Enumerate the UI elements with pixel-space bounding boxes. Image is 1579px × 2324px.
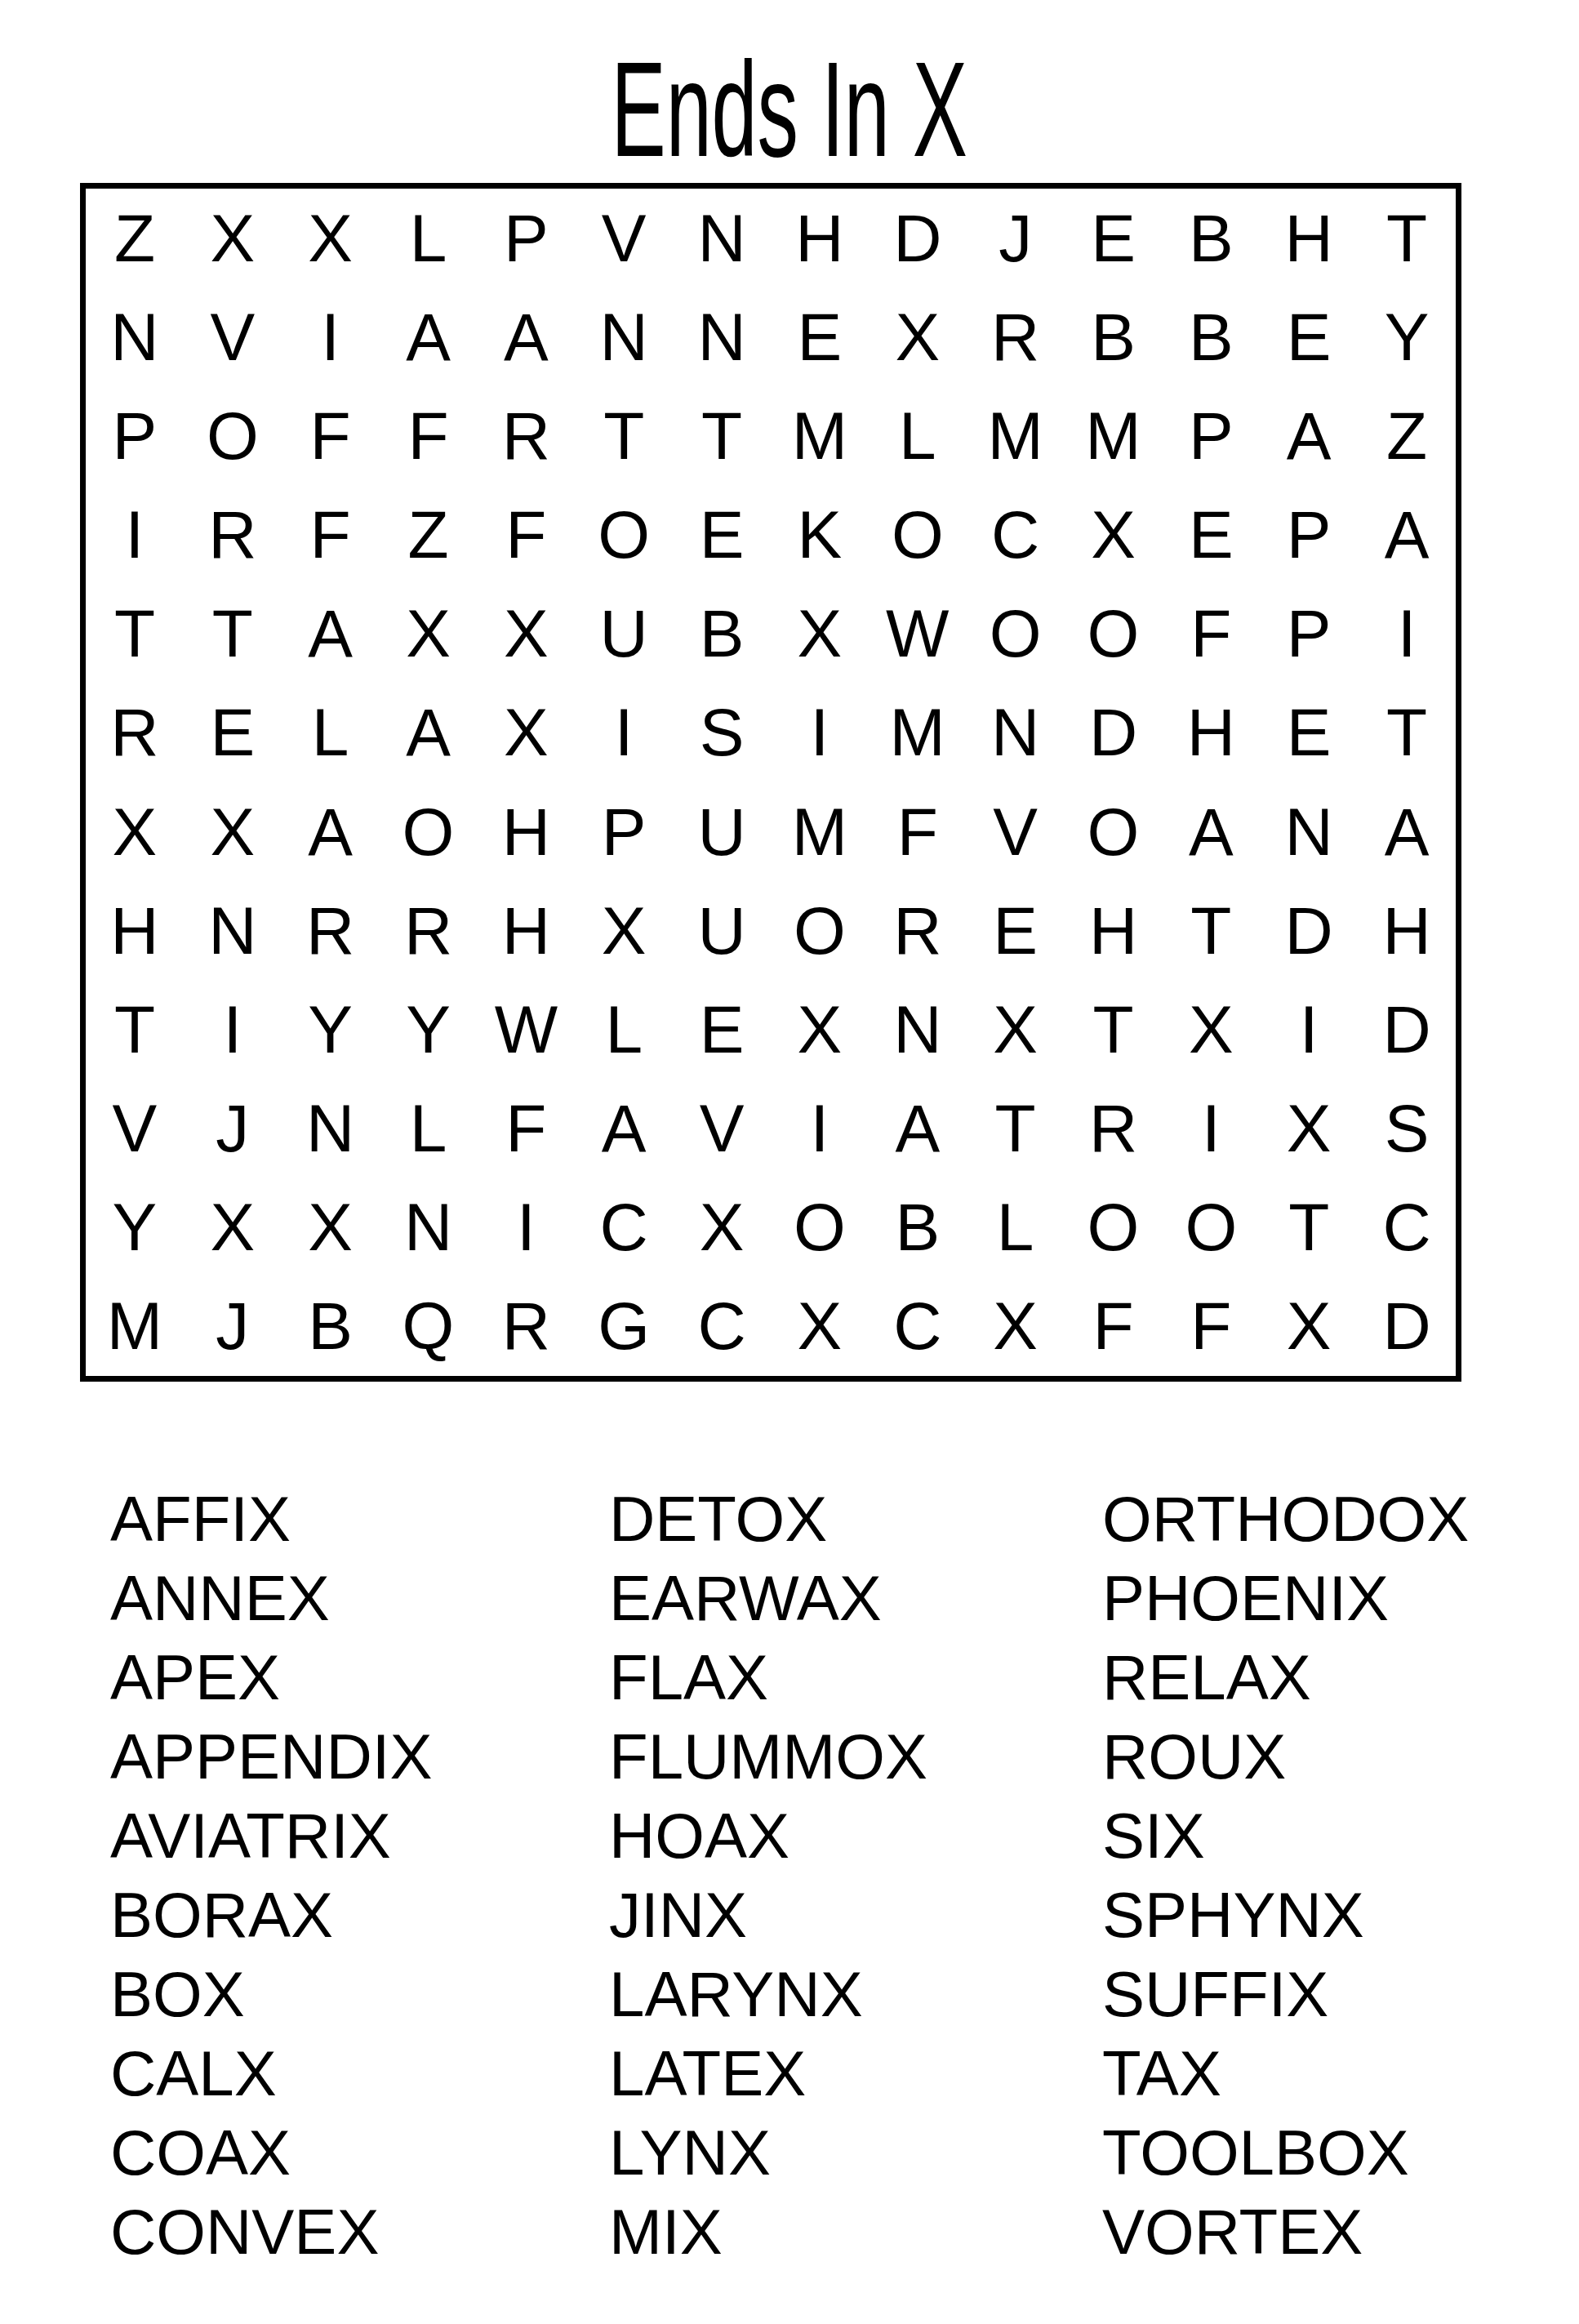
grid-cell-r3c13[interactable]: A	[1260, 386, 1358, 485]
grid-cell-r1c10[interactable]: J	[967, 189, 1065, 287]
grid-cell-r5c1[interactable]: T	[86, 585, 184, 683]
grid-cell-r5c6[interactable]: U	[575, 585, 673, 683]
grid-cell-r11c2[interactable]: X	[184, 1178, 282, 1277]
grid-cell-r6c10[interactable]: N	[967, 683, 1065, 782]
word-earwax[interactable]: EARWAX	[609, 1559, 927, 1638]
word-box[interactable]: BOX	[110, 1955, 432, 2034]
word-aviatrix[interactable]: AVIATRIX	[110, 1796, 432, 1876]
grid-cell-r5c13[interactable]: P	[1260, 585, 1358, 683]
grid-cell-r2c12[interactable]: B	[1162, 287, 1260, 386]
grid-cell-r2c1[interactable]: N	[86, 287, 184, 386]
grid-cell-r10c9[interactable]: A	[869, 1079, 967, 1178]
grid-cell-r9c8[interactable]: X	[771, 980, 869, 1079]
grid-cell-r8c13[interactable]: D	[1260, 881, 1358, 980]
grid-cell-r11c5[interactable]: I	[477, 1178, 575, 1277]
word-orthodox[interactable]: ORTHODOX	[1102, 1480, 1469, 1559]
grid-cell-r3c14[interactable]: Z	[1358, 386, 1456, 485]
grid-cell-r7c14[interactable]: A	[1358, 782, 1456, 881]
grid-cell-r1c1[interactable]: Z	[86, 189, 184, 287]
grid-cell-r1c12[interactable]: B	[1162, 189, 1260, 287]
grid-cell-r10c7[interactable]: V	[673, 1079, 771, 1178]
word-calx[interactable]: CALX	[110, 2034, 432, 2113]
grid-cell-r9c5[interactable]: W	[477, 980, 575, 1079]
worksheet-page: Ends In X ZXXLPVNHDJEBHTNVIAANNEXRBBEYPO…	[0, 0, 1579, 2324]
grid-cell-r4c10[interactable]: C	[967, 485, 1065, 584]
grid-cell-r7c8[interactable]: M	[771, 782, 869, 881]
grid-cell-r6c12[interactable]: H	[1162, 683, 1260, 782]
grid-cell-r9c6[interactable]: L	[575, 980, 673, 1079]
grid-cell-r11c6[interactable]: C	[575, 1178, 673, 1277]
grid-cell-r9c9[interactable]: N	[869, 980, 967, 1079]
grid-cell-r1c2[interactable]: X	[184, 189, 282, 287]
grid-cell-r10c4[interactable]: L	[380, 1079, 478, 1178]
word-relax[interactable]: RELAX	[1102, 1638, 1469, 1717]
grid-cell-r1c6[interactable]: V	[575, 189, 673, 287]
page-title: Ends In X	[0, 42, 1579, 177]
grid-cell-r6c1[interactable]: R	[86, 683, 184, 782]
grid-cell-r4c13[interactable]: P	[1260, 485, 1358, 584]
grid-cell-r7c3[interactable]: A	[282, 782, 380, 881]
word-phoenix[interactable]: PHOENIX	[1102, 1559, 1469, 1638]
grid-cell-r5c5[interactable]: X	[477, 585, 575, 683]
grid-cell-r12c5[interactable]: R	[477, 1277, 575, 1376]
grid-cell-r9c14[interactable]: D	[1358, 980, 1456, 1079]
grid-cell-r5c11[interactable]: O	[1065, 585, 1163, 683]
grid-cell-r11c11[interactable]: O	[1065, 1178, 1163, 1277]
word-vortex[interactable]: VORTEX	[1102, 2193, 1469, 2272]
grid-cell-r7c9[interactable]: F	[869, 782, 967, 881]
grid-cell-r9c11[interactable]: T	[1065, 980, 1163, 1079]
grid-cell-r3c6[interactable]: T	[575, 386, 673, 485]
grid-cell-r10c14[interactable]: S	[1358, 1079, 1456, 1178]
grid-cell-r8c1[interactable]: H	[86, 881, 184, 980]
grid-cell-r5c9[interactable]: W	[869, 585, 967, 683]
grid-cell-r7c1[interactable]: X	[86, 782, 184, 881]
grid-cell-r10c8[interactable]: I	[771, 1079, 869, 1178]
grid-cell-r11c1[interactable]: Y	[86, 1178, 184, 1277]
word-flax[interactable]: FLAX	[609, 1638, 927, 1717]
grid-cell-r12c6[interactable]: G	[575, 1277, 673, 1376]
grid-cell-r3c8[interactable]: M	[771, 386, 869, 485]
grid-cell-r4c14[interactable]: A	[1358, 485, 1456, 584]
grid-cell-r7c6[interactable]: P	[575, 782, 673, 881]
grid-cell-r5c3[interactable]: A	[282, 585, 380, 683]
grid-cell-r5c8[interactable]: X	[771, 585, 869, 683]
grid-cell-r10c2[interactable]: J	[184, 1079, 282, 1178]
grid-cell-r11c4[interactable]: N	[380, 1178, 478, 1277]
grid-cell-r10c13[interactable]: X	[1260, 1079, 1358, 1178]
grid-cell-r3c11[interactable]: M	[1065, 386, 1163, 485]
grid-cell-r6c8[interactable]: I	[771, 683, 869, 782]
grid-cell-r6c9[interactable]: M	[869, 683, 967, 782]
grid-cell-r10c12[interactable]: I	[1162, 1079, 1260, 1178]
grid-cell-r3c7[interactable]: T	[673, 386, 771, 485]
grid-cell-r1c7[interactable]: N	[673, 189, 771, 287]
grid-cell-r5c12[interactable]: F	[1162, 585, 1260, 683]
word-appendix[interactable]: APPENDIX	[110, 1717, 432, 1796]
grid-cell-r1c13[interactable]: H	[1260, 189, 1358, 287]
word-mix[interactable]: MIX	[609, 2193, 927, 2272]
grid-cell-r3c2[interactable]: O	[184, 386, 282, 485]
grid-cell-r12c3[interactable]: B	[282, 1277, 380, 1376]
word-list-column-3: ORTHODOXPHOENIXRELAXROUXSIXSPHYNXSUFFIXT…	[1102, 1480, 1469, 2272]
grid-cell-r3c4[interactable]: F	[380, 386, 478, 485]
puzzle-title-text: Ends In X	[612, 42, 967, 177]
word-annex[interactable]: ANNEX	[110, 1559, 432, 1638]
grid-cell-r9c4[interactable]: Y	[380, 980, 478, 1079]
word-toolbox[interactable]: TOOLBOX	[1102, 2113, 1469, 2193]
grid-cell-r8c5[interactable]: H	[477, 881, 575, 980]
grid-cell-r2c3[interactable]: I	[282, 287, 380, 386]
grid-cell-r12c12[interactable]: F	[1162, 1277, 1260, 1376]
grid-cell-r6c11[interactable]: D	[1065, 683, 1163, 782]
grid-cell-r2c4[interactable]: A	[380, 287, 478, 386]
grid-cell-r8c12[interactable]: T	[1162, 881, 1260, 980]
grid-cell-r3c3[interactable]: F	[282, 386, 380, 485]
grid-cell-r11c13[interactable]: T	[1260, 1178, 1358, 1277]
grid-cell-r8c11[interactable]: H	[1065, 881, 1163, 980]
word-larynx[interactable]: LARYNX	[609, 1955, 927, 2034]
grid-cell-r2c2[interactable]: V	[184, 287, 282, 386]
grid-cell-r8c6[interactable]: X	[575, 881, 673, 980]
word-affix[interactable]: AFFIX	[110, 1480, 432, 1559]
grid-cell-r12c14[interactable]: D	[1358, 1277, 1456, 1376]
grid-cell-r2c11[interactable]: B	[1065, 287, 1163, 386]
grid-cell-r4c12[interactable]: E	[1162, 485, 1260, 584]
grid-cell-r6c13[interactable]: E	[1260, 683, 1358, 782]
grid-cell-r12c4[interactable]: Q	[380, 1277, 478, 1376]
word-list-column-2: DETOXEARWAXFLAXFLUMMOXHOAXJINXLARYNXLATE…	[609, 1480, 927, 2272]
grid-cell-r11c8[interactable]: O	[771, 1178, 869, 1277]
grid-cell-r10c11[interactable]: R	[1065, 1079, 1163, 1178]
grid-cell-r4c5[interactable]: F	[477, 485, 575, 584]
grid-cell-r5c7[interactable]: B	[673, 585, 771, 683]
grid-cell-r12c2[interactable]: J	[184, 1277, 282, 1376]
grid-cell-r12c8[interactable]: X	[771, 1277, 869, 1376]
grid-cell-r6c14[interactable]: T	[1358, 683, 1456, 782]
word-latex[interactable]: LATEX	[609, 2034, 927, 2113]
word-coax[interactable]: COAX	[110, 2113, 432, 2193]
grid-cell-r8c4[interactable]: R	[380, 881, 478, 980]
grid-cell-r12c9[interactable]: C	[869, 1277, 967, 1376]
grid-cell-r7c10[interactable]: V	[967, 782, 1065, 881]
grid-cell-r4c7[interactable]: E	[673, 485, 771, 584]
word-roux[interactable]: ROUX	[1102, 1717, 1469, 1796]
grid-cell-r8c9[interactable]: R	[869, 881, 967, 980]
word-borax[interactable]: BORAX	[110, 1876, 432, 1955]
word-detox[interactable]: DETOX	[609, 1480, 927, 1559]
grid-cell-r8c7[interactable]: U	[673, 881, 771, 980]
grid-cell-r9c13[interactable]: I	[1260, 980, 1358, 1079]
word-flummox[interactable]: FLUMMOX	[609, 1717, 927, 1796]
word-sphynx[interactable]: SPHYNX	[1102, 1876, 1469, 1955]
grid-cell-r2c8[interactable]: E	[771, 287, 869, 386]
word-list: AFFIXANNEXAPEXAPPENDIXAVIATRIXBORAXBOXCA…	[0, 1480, 1579, 2280]
word-list-column-1: AFFIXANNEXAPEXAPPENDIXAVIATRIXBORAXBOXCA…	[110, 1480, 432, 2272]
grid-cell-r1c3[interactable]: X	[282, 189, 380, 287]
grid-cell-r10c6[interactable]: A	[575, 1079, 673, 1178]
grid-cell-r4c6[interactable]: O	[575, 485, 673, 584]
grid-cell-r5c14[interactable]: I	[1358, 585, 1456, 683]
grid-cell-r11c7[interactable]: X	[673, 1178, 771, 1277]
grid-cell-r11c12[interactable]: O	[1162, 1178, 1260, 1277]
grid-cell-r7c12[interactable]: A	[1162, 782, 1260, 881]
grid-cell-r6c3[interactable]: L	[282, 683, 380, 782]
grid-cell-r11c9[interactable]: B	[869, 1178, 967, 1277]
grid-cell-r11c3[interactable]: X	[282, 1178, 380, 1277]
grid-cell-r1c4[interactable]: L	[380, 189, 478, 287]
grid-cell-r1c5[interactable]: P	[477, 189, 575, 287]
grid-cell-r8c14[interactable]: H	[1358, 881, 1456, 980]
grid-cell-r8c10[interactable]: E	[967, 881, 1065, 980]
grid-cell-r10c5[interactable]: F	[477, 1079, 575, 1178]
grid-cell-r4c3[interactable]: F	[282, 485, 380, 584]
word-apex[interactable]: APEX	[110, 1638, 432, 1717]
grid-cell-r4c9[interactable]: O	[869, 485, 967, 584]
grid-cell-r9c7[interactable]: E	[673, 980, 771, 1079]
grid-cell-r5c10[interactable]: O	[967, 585, 1065, 683]
grid-cell-r3c5[interactable]: R	[477, 386, 575, 485]
grid-cell-r6c6[interactable]: I	[575, 683, 673, 782]
grid-cell-r3c10[interactable]: M	[967, 386, 1065, 485]
grid-cell-r1c14[interactable]: T	[1358, 189, 1456, 287]
grid-cell-r11c14[interactable]: C	[1358, 1178, 1456, 1277]
grid-cell-r1c9[interactable]: D	[869, 189, 967, 287]
grid-cell-r6c5[interactable]: X	[477, 683, 575, 782]
grid-cell-r10c1[interactable]: V	[86, 1079, 184, 1178]
word-search-grid: ZXXLPVNHDJEBHTNVIAANNEXRBBEYPOFFRTTMLMMP…	[80, 183, 1461, 1382]
grid-cell-r10c10[interactable]: T	[967, 1079, 1065, 1178]
grid-cell-r9c3[interactable]: Y	[282, 980, 380, 1079]
grid-cell-r4c1[interactable]: I	[86, 485, 184, 584]
grid-cell-r6c2[interactable]: E	[184, 683, 282, 782]
grid-cell-r5c2[interactable]: T	[184, 585, 282, 683]
grid-cell-r12c7[interactable]: C	[673, 1277, 771, 1376]
grid-cell-r3c9[interactable]: L	[869, 386, 967, 485]
grid-cell-r9c10[interactable]: X	[967, 980, 1065, 1079]
grid-cell-r10c3[interactable]: N	[282, 1079, 380, 1178]
grid-cell-r1c11[interactable]: E	[1065, 189, 1163, 287]
grid-cell-r2c14[interactable]: Y	[1358, 287, 1456, 386]
grid-cell-r7c7[interactable]: U	[673, 782, 771, 881]
grid-cell-r2c7[interactable]: N	[673, 287, 771, 386]
grid-cell-r4c11[interactable]: X	[1065, 485, 1163, 584]
grid-cell-r2c6[interactable]: N	[575, 287, 673, 386]
grid-cell-r7c4[interactable]: O	[380, 782, 478, 881]
grid-cell-r1c8[interactable]: H	[771, 189, 869, 287]
grid-cell-r12c13[interactable]: X	[1260, 1277, 1358, 1376]
word-convex[interactable]: CONVEX	[110, 2193, 432, 2272]
grid-cell-r2c13[interactable]: E	[1260, 287, 1358, 386]
grid-cell-r9c12[interactable]: X	[1162, 980, 1260, 1079]
grid-cell-r7c5[interactable]: H	[477, 782, 575, 881]
word-hoax[interactable]: HOAX	[609, 1796, 927, 1876]
grid-cell-r12c11[interactable]: F	[1065, 1277, 1163, 1376]
grid-cell-r6c7[interactable]: S	[673, 683, 771, 782]
word-suffix[interactable]: SUFFIX	[1102, 1955, 1469, 2034]
grid-cell-r2c9[interactable]: X	[869, 287, 967, 386]
grid-cell-r9c2[interactable]: I	[184, 980, 282, 1079]
word-lynx[interactable]: LYNX	[609, 2113, 927, 2193]
word-six[interactable]: SIX	[1102, 1796, 1469, 1876]
word-jinx[interactable]: JINX	[609, 1876, 927, 1955]
grid-cell-r11c10[interactable]: L	[967, 1178, 1065, 1277]
word-tax[interactable]: TAX	[1102, 2034, 1469, 2113]
grid-cell-r2c5[interactable]: A	[477, 287, 575, 386]
grid-cell-r5c4[interactable]: X	[380, 585, 478, 683]
grid-cell-r12c1[interactable]: M	[86, 1277, 184, 1376]
grid-cell-r3c1[interactable]: P	[86, 386, 184, 485]
grid-cell-r8c3[interactable]: R	[282, 881, 380, 980]
grid-cell-r7c13[interactable]: N	[1260, 782, 1358, 881]
grid-cell-r12c10[interactable]: X	[967, 1277, 1065, 1376]
grid-cell-r8c8[interactable]: O	[771, 881, 869, 980]
grid-cell-r4c4[interactable]: Z	[380, 485, 478, 584]
grid-cell-r3c12[interactable]: P	[1162, 386, 1260, 485]
grid-cell-r7c2[interactable]: X	[184, 782, 282, 881]
grid-cell-r9c1[interactable]: T	[86, 980, 184, 1079]
grid-cell-r2c10[interactable]: R	[967, 287, 1065, 386]
grid-cell-r6c4[interactable]: A	[380, 683, 478, 782]
grid-cell-r4c2[interactable]: R	[184, 485, 282, 584]
grid-cell-r7c11[interactable]: O	[1065, 782, 1163, 881]
grid-cell-r4c8[interactable]: K	[771, 485, 869, 584]
grid-cell-r8c2[interactable]: N	[184, 881, 282, 980]
